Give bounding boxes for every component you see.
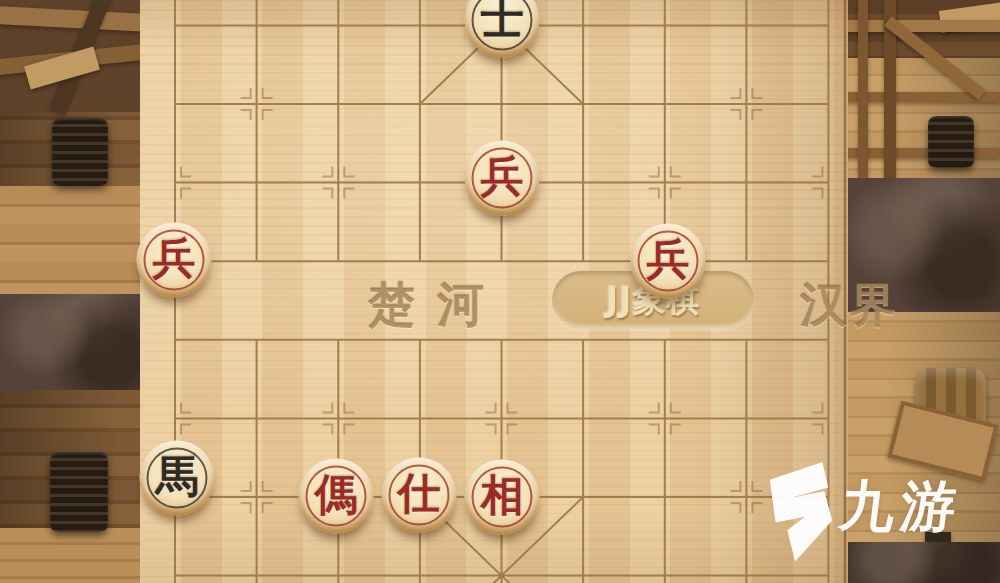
table-background-left — [0, 0, 148, 583]
piece-glyph: 傌 — [299, 459, 374, 534]
piece-glyph: 馬 — [140, 441, 215, 516]
piece-glyph: 士 — [465, 0, 540, 58]
piece-glyph: 兵 — [631, 224, 706, 299]
piece-red-soldier-a4[interactable]: 兵 — [137, 223, 212, 298]
piece-black-horse-a7[interactable]: 馬 — [140, 441, 215, 516]
fence-post — [858, 0, 868, 185]
piece-red-advisor-d7[interactable]: 仕 — [382, 458, 457, 533]
game-screen: 楚河 汉界 JJ象棋 士兵兵兵馬傌仕相 九游 — [0, 0, 1000, 583]
piece-black-advisor-e1[interactable]: 士 — [465, 0, 540, 58]
light-planks — [0, 528, 148, 583]
piece-red-horse-c7[interactable]: 傌 — [299, 459, 374, 534]
disc-stack — [52, 118, 108, 186]
piece-red-soldier-e3[interactable]: 兵 — [465, 141, 540, 216]
piece-glyph: 相 — [465, 460, 540, 535]
piece-glyph: 仕 — [382, 458, 457, 533]
fence-rail — [845, 20, 1000, 32]
stone-texture — [0, 294, 148, 390]
disc-stack — [50, 452, 108, 532]
river-label-chu-he: 楚河 — [368, 274, 506, 337]
light-planks — [0, 186, 148, 294]
disc-stack — [928, 116, 974, 168]
piece-red-elephant-e7[interactable]: 相 — [465, 460, 540, 535]
piece-red-soldier-g4[interactable]: 兵 — [631, 224, 706, 299]
piece-glyph: 兵 — [465, 141, 540, 216]
stone-texture — [845, 542, 1000, 583]
piece-glyph: 兵 — [137, 223, 212, 298]
river-label-han-jie: 汉界 — [800, 274, 898, 337]
fence-rail — [845, 148, 1000, 158]
